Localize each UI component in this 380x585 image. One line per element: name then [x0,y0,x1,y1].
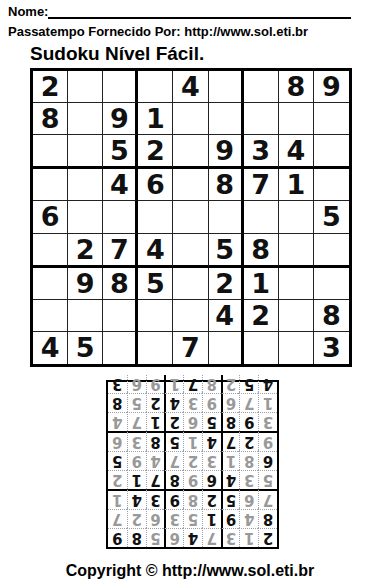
puzzle-cell-r2c5[interactable] [173,103,208,135]
solution-cell-r2c4: 1 [202,509,221,528]
solution-cell-r1c4: 7 [202,528,221,547]
solution-cell-r4c4: 6 [202,470,221,489]
puzzle-cell-r6c9[interactable] [314,234,349,268]
solution-cell-r7c8: 7 [127,412,146,431]
puzzle-cell-r5c8[interactable] [279,201,314,233]
puzzle-cell-r8c4[interactable] [138,300,173,332]
solution-cell-r4c6: 8 [164,470,183,489]
puzzle-cell-r1c9: 9 [314,71,349,103]
puzzle-cell-r1c8: 8 [279,71,314,103]
puzzle-cell-r6c7: 8 [244,234,279,268]
solution-cell-r9c3: 2 [221,375,240,393]
solution-cell-r6c1: 9 [258,431,277,451]
solution-cell-r7c7: 1 [146,412,165,431]
puzzle-cell-r1c3[interactable] [103,71,138,103]
provided-by-text: Passatempo Fornecido Por: http://www.sol… [8,24,372,40]
solution-cell-r9c6: 1 [164,375,183,393]
solution-cell-r8c4: 9 [202,393,221,412]
puzzle-cell-r5c5[interactable] [173,201,208,233]
puzzle-cell-r7c7: 1 [244,268,279,300]
puzzle-cell-r2c7[interactable] [244,103,279,135]
puzzle-cell-r2c4: 1 [138,103,173,135]
puzzle-cell-r3c7: 3 [244,135,279,169]
puzzle-cell-r9c4[interactable] [138,332,173,364]
solution-cell-r3c4: 2 [202,489,221,509]
puzzle-cell-r3c1[interactable] [33,135,68,169]
solution-cell-r6c2: 2 [239,431,258,451]
puzzle-cell-r1c6[interactable] [209,71,244,103]
solution-cell-r5c6: 7 [164,451,183,470]
puzzle-cell-r7c9[interactable] [314,268,349,300]
puzzle-cell-r7c3: 8 [103,268,138,300]
puzzle-cell-r6c6: 5 [209,234,244,268]
solution-cell-r2c8: 2 [127,509,146,528]
solution-cell-r3c9: 1 [108,489,127,509]
solution-cell-r9c4: 8 [202,375,221,393]
solution-cell-r5c2: 8 [239,451,258,470]
puzzle-cell-r8c9: 8 [314,300,349,332]
solution-cell-r6c5: 1 [183,431,202,451]
solution-cell-r1c1: 2 [258,528,277,547]
solution-cell-r4c9: 2 [108,470,127,489]
puzzle-cell-r4c8: 1 [279,169,314,201]
solution-cell-r9c2: 5 [239,375,258,393]
puzzle-cell-r2c1: 8 [33,103,68,135]
puzzle-cell-r8c2[interactable] [68,300,103,332]
puzzle-cell-r9c3[interactable] [103,332,138,364]
puzzle-cell-r3c2[interactable] [68,135,103,169]
solution-cell-r2c5: 5 [183,509,202,528]
puzzle-cell-r7c4: 5 [138,268,173,300]
puzzle-cell-r9c7[interactable] [244,332,279,364]
solution-cell-r5c5: 2 [183,451,202,470]
solution-cell-r1c9: 9 [108,528,127,547]
puzzle-cell-r3c6: 9 [209,135,244,169]
solution-cell-r4c2: 3 [239,470,258,489]
puzzle-cell-r2c8[interactable] [279,103,314,135]
solution-cell-r5c3: 1 [221,451,240,470]
puzzle-cell-r7c2: 9 [68,268,103,300]
solution-cell-r5c8: 9 [127,451,146,470]
solution-cell-r2c7: 6 [146,509,165,528]
solution-cell-r3c2: 6 [239,489,258,509]
puzzle-cell-r3c4: 2 [138,135,173,169]
solution-cell-r7c2: 9 [239,412,258,431]
puzzle-cell-r4c9[interactable] [314,169,349,201]
puzzle-cell-r6c8[interactable] [279,234,314,268]
solution-cell-r9c1: 4 [258,375,277,393]
solution-cell-r4c1: 5 [258,470,277,489]
puzzle-cell-r5c1: 6 [33,201,68,233]
solution-cell-r3c1: 7 [258,489,277,509]
solution-cell-r8c3: 6 [221,393,240,412]
header-name-row: Nome: [8,4,351,20]
puzzle-cell-r2c6[interactable] [209,103,244,135]
solution-cell-r2c1: 8 [258,509,277,528]
puzzle-cell-r8c8[interactable] [279,300,314,332]
puzzle-cell-r1c4[interactable] [138,71,173,103]
solution-cell-r5c1: 6 [258,451,277,470]
solution-cell-r2c2: 4 [239,509,258,528]
solution-cell-r4c5: 9 [183,470,202,489]
solution-cell-r5c4: 3 [202,451,221,470]
puzzle-cell-r2c9[interactable] [314,103,349,135]
solution-cell-r7c3: 8 [221,412,240,431]
solution-cell-r2c9: 7 [108,509,127,528]
solution-cell-r7c4: 5 [202,412,221,431]
puzzle-cell-r9c6[interactable] [209,332,244,364]
puzzle-cell-r3c8: 4 [279,135,314,169]
puzzle-cell-r6c3: 7 [103,234,138,268]
solution-cell-r6c9: 6 [108,431,127,451]
puzzle-cell-r4c2[interactable] [68,169,103,201]
puzzle-cell-r5c4[interactable] [138,201,173,233]
puzzle-cell-r1c1: 2 [33,71,68,103]
solution-cell-r3c6: 9 [164,489,183,509]
solution-cell-r8c1: 1 [258,393,277,412]
puzzle-cell-r6c1[interactable] [33,234,68,268]
puzzle-cell-r1c7[interactable] [244,71,279,103]
puzzle-cell-r2c2[interactable] [68,103,103,135]
solution-cell-r1c5: 4 [183,528,202,547]
solution-cell-r8c2: 7 [239,393,258,412]
solution-cell-r1c3: 3 [221,528,240,547]
puzzle-cell-r9c8[interactable] [279,332,314,364]
solution-cell-r2c3: 9 [221,509,240,528]
name-label: Nome: [8,4,48,20]
puzzle-cell-r3c5[interactable] [173,135,208,169]
solution-cell-r1c2: 1 [239,528,258,547]
solution-cell-r3c8: 4 [127,489,146,509]
solution-cell-r7c5: 6 [183,412,202,431]
footer-copyright: Copyright © http://www.sol.eti.br [0,562,380,580]
solution-cell-r4c8: 1 [127,470,146,489]
solution-cell-r5c7: 4 [146,451,165,470]
puzzle-cell-r2c3: 9 [103,103,138,135]
puzzle-cell-r9c9: 3 [314,332,349,364]
solution-cell-r6c6: 5 [164,431,183,451]
solution-cell-r8c6: 4 [164,393,183,412]
solution-cell-r3c3: 5 [221,489,240,509]
solution-cell-r8c5: 3 [183,393,202,412]
solution-cell-r2c6: 3 [164,509,183,528]
puzzle-cell-r6c5[interactable] [173,234,208,268]
solution-cell-r9c9: 3 [108,375,127,393]
puzzle-cell-r4c3: 4 [103,169,138,201]
solution-cell-r6c4: 4 [202,431,221,451]
solution-cell-r7c9: 4 [108,412,127,431]
solution-cell-r7c6: 2 [164,412,183,431]
puzzle-cell-r6c2: 2 [68,234,103,268]
puzzle-cell-r5c7[interactable] [244,201,279,233]
puzzle-cell-r8c1[interactable] [33,300,68,332]
puzzle-cell-r9c1: 4 [33,332,68,364]
puzzle-cell-r5c6[interactable] [209,201,244,233]
solution-cell-r6c7: 8 [146,431,165,451]
puzzle-cell-r4c5[interactable] [173,169,208,201]
page-title: Sudoku Nível Fácil. [30,44,380,64]
puzzle-cell-r3c3: 5 [103,135,138,169]
solution-cell-r3c5: 8 [183,489,202,509]
puzzle-cell-r6c4: 4 [138,234,173,268]
solution-cell-r1c7: 5 [146,528,165,547]
solution-cell-r6c8: 3 [127,431,146,451]
solution-cell-r8c8: 5 [127,393,146,412]
solution-cell-r1c8: 8 [127,528,146,547]
solution-cell-r4c7: 7 [146,470,165,489]
name-line [48,17,351,19]
puzzle-cell-r9c5: 7 [173,332,208,364]
puzzle-cell-r8c6: 4 [209,300,244,332]
puzzle-cell-r3c9[interactable] [314,135,349,169]
puzzle-cell-r8c5[interactable] [173,300,208,332]
solution-cell-r9c8: 6 [127,375,146,393]
solution-cell-r9c7: 9 [146,375,165,393]
page-root: Nome: Passatempo Fornecido Por: http://w… [0,4,380,585]
puzzle-cell-r5c9: 5 [314,201,349,233]
puzzle-cell-r8c7: 2 [244,300,279,332]
puzzle-cell-r4c6: 8 [209,169,244,201]
solution-cell-r9c5: 7 [183,375,202,393]
puzzle-cell-r4c1[interactable] [33,169,68,201]
puzzle-cell-r1c5: 4 [173,71,208,103]
solution-grid: 2137465898491536277652893415346987126813… [106,380,279,549]
solution-cell-r8c9: 8 [108,393,127,412]
puzzle-cell-r8c3[interactable] [103,300,138,332]
puzzle-cell-r7c5[interactable] [173,268,208,300]
solution-cell-r4c3: 4 [221,470,240,489]
puzzle-cell-r9c2: 5 [68,332,103,364]
solution-cell-r3c7: 3 [146,489,165,509]
puzzle-cell-r5c3[interactable] [103,201,138,233]
puzzle-cell-r4c4: 6 [138,169,173,201]
puzzle-cell-r7c8[interactable] [279,268,314,300]
solution-cell-r7c1: 3 [258,412,277,431]
solution-cell-r6c3: 7 [221,431,240,451]
puzzle-grid: 248989152934468716527458985214284573 [30,68,352,367]
solution-cell-r8c7: 2 [146,393,165,412]
solution-cell-r1c6: 6 [164,528,183,547]
puzzle-cell-r4c7: 7 [244,169,279,201]
puzzle-cell-r7c6: 2 [209,268,244,300]
puzzle-cell-r7c1[interactable] [33,268,68,300]
solution-cell-r5c9: 5 [108,451,127,470]
puzzle-cell-r1c2[interactable] [68,71,103,103]
puzzle-cell-r5c2[interactable] [68,201,103,233]
